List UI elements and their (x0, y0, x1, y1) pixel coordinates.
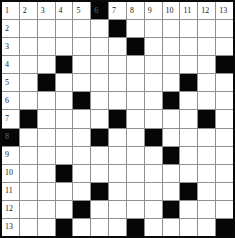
black-cell: 6 (91, 2, 108, 19)
black-cell (109, 20, 126, 37)
white-cell[interactable] (145, 183, 162, 200)
white-cell[interactable] (127, 56, 144, 73)
white-cell[interactable] (73, 129, 90, 146)
white-cell[interactable] (180, 129, 197, 146)
white-cell[interactable] (180, 56, 197, 73)
white-cell[interactable] (198, 183, 215, 200)
white-cell[interactable] (91, 38, 108, 55)
white-cell[interactable] (163, 56, 180, 73)
coordinate-label: 7 (2, 115, 9, 123)
white-cell[interactable] (198, 129, 215, 146)
white-cell[interactable] (127, 92, 144, 109)
white-cell[interactable] (180, 92, 197, 109)
white-cell[interactable] (180, 20, 197, 37)
white-cell[interactable] (145, 219, 162, 236)
white-cell[interactable] (20, 219, 37, 236)
white-cell[interactable] (91, 92, 108, 109)
white-cell[interactable] (198, 201, 215, 218)
white-cell[interactable] (20, 165, 37, 182)
white-cell[interactable] (38, 183, 55, 200)
white-cell[interactable] (38, 38, 55, 55)
white-cell[interactable] (163, 110, 180, 127)
white-cell[interactable] (73, 110, 90, 127)
white-cell[interactable] (38, 110, 55, 127)
white-cell[interactable] (73, 20, 90, 37)
white-cell[interactable] (198, 92, 215, 109)
white-cell[interactable]: 13 (216, 2, 233, 19)
white-cell[interactable] (180, 201, 197, 218)
white-cell[interactable] (56, 38, 73, 55)
coordinate-label: 5 (73, 7, 80, 15)
white-cell[interactable] (109, 165, 126, 182)
white-cell[interactable] (145, 201, 162, 218)
white-cell[interactable] (20, 38, 37, 55)
white-cell[interactable] (216, 165, 233, 182)
black-cell (56, 56, 73, 73)
coordinate-label: 13 (216, 7, 227, 15)
white-cell[interactable]: 12 (198, 2, 215, 19)
white-cell[interactable] (73, 183, 90, 200)
white-cell[interactable] (20, 20, 37, 37)
white-cell[interactable] (109, 201, 126, 218)
white-cell[interactable] (109, 92, 126, 109)
coordinate-label: 2 (20, 7, 27, 15)
white-cell[interactable]: 11 (180, 2, 197, 19)
white-cell[interactable]: 9 (145, 2, 162, 19)
black-cell (163, 147, 180, 164)
coordinate-label: 9 (145, 7, 152, 15)
black-cell (56, 165, 73, 182)
coordinate-label: 5 (2, 79, 9, 87)
white-cell[interactable]: 2 (2, 20, 19, 37)
black-cell (73, 201, 90, 218)
white-cell[interactable] (20, 74, 37, 91)
white-cell[interactable] (73, 147, 90, 164)
white-cell[interactable] (163, 219, 180, 236)
black-cell (145, 129, 162, 146)
white-cell[interactable] (145, 56, 162, 73)
white-cell[interactable]: 3 (38, 2, 55, 19)
white-cell[interactable]: 5 (73, 2, 90, 19)
white-cell[interactable] (127, 74, 144, 91)
white-cell[interactable] (91, 74, 108, 91)
black-cell (198, 110, 215, 127)
white-cell[interactable] (73, 219, 90, 236)
white-cell[interactable] (216, 92, 233, 109)
coordinate-label: 8 (127, 7, 134, 15)
coordinate-label: 3 (38, 7, 45, 15)
white-cell[interactable] (56, 92, 73, 109)
black-cell (73, 92, 90, 109)
white-cell[interactable]: 7 (2, 110, 19, 127)
white-cell[interactable] (198, 219, 215, 236)
white-cell[interactable] (145, 110, 162, 127)
white-cell[interactable]: 12 (2, 201, 19, 218)
coordinate-label: 10 (163, 7, 174, 15)
white-cell[interactable]: 7 (109, 2, 126, 19)
white-cell[interactable] (216, 20, 233, 37)
white-cell[interactable] (20, 56, 37, 73)
black-cell (38, 74, 55, 91)
white-cell[interactable]: 1 (2, 2, 19, 19)
coordinate-label: 2 (2, 25, 9, 33)
white-cell[interactable] (109, 74, 126, 91)
white-cell[interactable] (20, 147, 37, 164)
black-cell (127, 38, 144, 55)
white-cell[interactable] (216, 38, 233, 55)
black-cell (91, 129, 108, 146)
white-cell[interactable] (20, 201, 37, 218)
coordinate-label: 1 (2, 7, 9, 15)
black-cell (216, 219, 233, 236)
crossword-grid: 123456789101112132345678910111213 (0, 0, 235, 238)
white-cell[interactable]: 8 (127, 2, 144, 19)
white-cell[interactable] (38, 201, 55, 218)
white-cell[interactable] (180, 38, 197, 55)
white-cell[interactable] (127, 183, 144, 200)
coordinate-label: 8 (2, 133, 9, 141)
white-cell[interactable] (145, 147, 162, 164)
white-cell[interactable] (91, 110, 108, 127)
puzzle-page: 123456789101112132345678910111213 (0, 0, 235, 238)
white-cell[interactable]: 3 (2, 38, 19, 55)
white-cell[interactable] (127, 165, 144, 182)
white-cell[interactable] (163, 183, 180, 200)
white-cell[interactable] (91, 56, 108, 73)
white-cell[interactable]: 11 (2, 183, 19, 200)
white-cell[interactable] (38, 219, 55, 236)
black-cell (20, 110, 37, 127)
white-cell[interactable] (56, 201, 73, 218)
white-cell[interactable] (127, 110, 144, 127)
white-cell[interactable]: 4 (2, 56, 19, 73)
white-cell[interactable] (109, 183, 126, 200)
coordinate-label: 6 (91, 7, 98, 15)
white-cell[interactable] (38, 147, 55, 164)
white-cell[interactable] (109, 129, 126, 146)
white-cell[interactable] (20, 92, 37, 109)
white-cell[interactable] (145, 20, 162, 37)
white-cell[interactable] (145, 74, 162, 91)
white-cell[interactable] (198, 165, 215, 182)
white-cell[interactable] (73, 56, 90, 73)
white-cell[interactable] (127, 147, 144, 164)
coordinate-label: 13 (2, 223, 13, 231)
white-cell[interactable] (38, 20, 55, 37)
white-cell[interactable]: 9 (2, 147, 19, 164)
white-cell[interactable] (91, 165, 108, 182)
white-cell[interactable] (216, 201, 233, 218)
coordinate-label: 12 (198, 7, 209, 15)
white-cell[interactable] (180, 147, 197, 164)
white-cell[interactable] (73, 165, 90, 182)
white-cell[interactable] (56, 20, 73, 37)
coordinate-label: 10 (2, 169, 13, 177)
black-cell (56, 219, 73, 236)
white-cell[interactable]: 2 (20, 2, 37, 19)
white-cell[interactable] (38, 129, 55, 146)
white-cell[interactable] (180, 219, 197, 236)
white-cell[interactable] (216, 74, 233, 91)
white-cell[interactable] (145, 38, 162, 55)
coordinate-label: 12 (2, 205, 13, 213)
white-cell[interactable] (145, 165, 162, 182)
white-cell[interactable] (38, 92, 55, 109)
white-cell[interactable] (163, 129, 180, 146)
white-cell[interactable]: 10 (2, 165, 19, 182)
coordinate-label: 7 (109, 7, 116, 15)
white-cell[interactable] (91, 219, 108, 236)
white-cell[interactable] (127, 201, 144, 218)
white-cell[interactable] (38, 165, 55, 182)
black-cell (91, 183, 108, 200)
white-cell[interactable] (56, 129, 73, 146)
white-cell[interactable] (216, 129, 233, 146)
black-cell (180, 183, 197, 200)
white-cell[interactable] (91, 20, 108, 37)
white-cell[interactable] (109, 38, 126, 55)
white-cell[interactable] (91, 147, 108, 164)
white-cell[interactable] (216, 110, 233, 127)
white-cell[interactable] (163, 38, 180, 55)
white-cell[interactable]: 4 (56, 2, 73, 19)
white-cell[interactable] (56, 147, 73, 164)
white-cell[interactable]: 6 (2, 92, 19, 109)
white-cell[interactable] (163, 20, 180, 37)
white-cell[interactable] (127, 20, 144, 37)
white-cell[interactable] (56, 74, 73, 91)
coordinate-label: 9 (2, 151, 9, 159)
white-cell[interactable] (163, 165, 180, 182)
white-cell[interactable]: 5 (2, 74, 19, 91)
white-cell[interactable] (180, 165, 197, 182)
white-cell[interactable] (56, 110, 73, 127)
coordinate-label: 11 (2, 187, 13, 195)
white-cell[interactable] (109, 56, 126, 73)
black-cell (109, 110, 126, 127)
white-cell[interactable] (216, 147, 233, 164)
coordinate-label: 4 (2, 61, 9, 69)
black-cell: 8 (2, 129, 19, 146)
white-cell[interactable] (198, 74, 215, 91)
white-cell[interactable] (163, 74, 180, 91)
black-cell (163, 92, 180, 109)
white-cell[interactable] (38, 56, 55, 73)
coordinate-label: 4 (56, 7, 63, 15)
white-cell[interactable] (127, 129, 144, 146)
black-cell (163, 201, 180, 218)
white-cell[interactable] (73, 38, 90, 55)
white-cell[interactable] (20, 183, 37, 200)
black-cell (216, 56, 233, 73)
white-cell[interactable]: 13 (2, 219, 19, 236)
white-cell[interactable] (73, 74, 90, 91)
white-cell[interactable] (198, 38, 215, 55)
coordinate-label: 11 (180, 7, 191, 15)
white-cell[interactable] (109, 147, 126, 164)
white-cell[interactable] (216, 183, 233, 200)
white-cell[interactable] (180, 110, 197, 127)
white-cell[interactable] (198, 56, 215, 73)
white-cell[interactable] (145, 92, 162, 109)
white-cell[interactable] (198, 147, 215, 164)
white-cell[interactable]: 10 (163, 2, 180, 19)
white-cell[interactable] (109, 219, 126, 236)
coordinate-label: 3 (2, 43, 9, 51)
black-cell (180, 74, 197, 91)
white-cell[interactable] (56, 183, 73, 200)
white-cell[interactable] (91, 201, 108, 218)
black-cell (127, 219, 144, 236)
white-cell[interactable] (20, 129, 37, 146)
white-cell[interactable] (198, 20, 215, 37)
coordinate-label: 6 (2, 97, 9, 105)
